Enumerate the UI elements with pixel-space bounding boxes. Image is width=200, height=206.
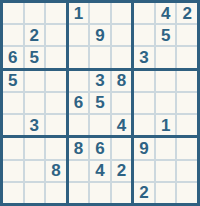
cell-r4c8[interactable] (156, 71, 176, 91)
box-7: 8 (3, 138, 66, 203)
box-1: 265 (3, 3, 66, 68)
cell-r5c7[interactable] (134, 93, 154, 113)
cell-r5c4[interactable]: 6 (69, 93, 89, 113)
cell-r7c9[interactable] (177, 138, 197, 158)
cell-r8c4[interactable] (69, 161, 89, 181)
cell-r6c5[interactable] (90, 115, 110, 135)
box-4: 53 (3, 71, 66, 136)
cell-r1c1[interactable] (3, 3, 23, 23)
cell-r6c7[interactable] (134, 115, 154, 135)
sudoku-board: 265194253533865418864292 (0, 0, 200, 206)
cell-r2c6[interactable] (112, 25, 132, 45)
cell-r2c8[interactable]: 5 (156, 25, 176, 45)
cell-r4c2[interactable] (25, 71, 45, 91)
cell-r7c5[interactable]: 6 (90, 138, 110, 158)
cell-r7c2[interactable] (25, 138, 45, 158)
cell-r1c5[interactable] (90, 3, 110, 23)
box-6: 1 (134, 71, 197, 136)
cell-r8c2[interactable] (25, 161, 45, 181)
box-3: 4253 (134, 3, 197, 68)
cell-r5c6[interactable] (112, 93, 132, 113)
cell-r4c4[interactable] (69, 71, 89, 91)
cell-r8c1[interactable] (3, 161, 23, 181)
cell-r6c2[interactable]: 3 (25, 115, 45, 135)
cell-r6c6[interactable]: 4 (112, 115, 132, 135)
cell-r8c6[interactable]: 2 (112, 161, 132, 181)
cell-r2c2[interactable]: 2 (25, 25, 45, 45)
cell-r5c9[interactable] (177, 93, 197, 113)
box-9: 92 (134, 138, 197, 203)
cell-r7c1[interactable] (3, 138, 23, 158)
cell-r8c3[interactable]: 8 (46, 161, 66, 181)
cell-r6c8[interactable]: 1 (156, 115, 176, 135)
cell-r4c7[interactable] (134, 71, 154, 91)
cell-r1c7[interactable] (134, 3, 154, 23)
cell-r9c2[interactable] (25, 183, 45, 203)
cell-r8c8[interactable] (156, 161, 176, 181)
cell-r3c3[interactable] (46, 47, 66, 67)
cell-r1c3[interactable] (46, 3, 66, 23)
cell-r1c8[interactable]: 4 (156, 3, 176, 23)
cell-r4c3[interactable] (46, 71, 66, 91)
cell-r9c7[interactable]: 2 (134, 183, 154, 203)
cell-r2c4[interactable] (69, 25, 89, 45)
cell-r3c9[interactable] (177, 47, 197, 67)
cell-r2c7[interactable] (134, 25, 154, 45)
cell-r3c8[interactable] (156, 47, 176, 67)
cell-r3c7[interactable]: 3 (134, 47, 154, 67)
box-2: 19 (69, 3, 132, 68)
cell-r6c1[interactable] (3, 115, 23, 135)
cell-r2c1[interactable] (3, 25, 23, 45)
cell-r5c2[interactable] (25, 93, 45, 113)
cell-r7c7[interactable]: 9 (134, 138, 154, 158)
cell-r4c9[interactable] (177, 71, 197, 91)
cell-r9c4[interactable] (69, 183, 89, 203)
cell-r6c4[interactable] (69, 115, 89, 135)
cell-r6c3[interactable] (46, 115, 66, 135)
cell-r8c7[interactable] (134, 161, 154, 181)
cell-r9c8[interactable] (156, 183, 176, 203)
box-8: 8642 (69, 138, 132, 203)
cell-r3c5[interactable] (90, 47, 110, 67)
cell-r9c1[interactable] (3, 183, 23, 203)
cell-r2c3[interactable] (46, 25, 66, 45)
cell-r5c5[interactable]: 5 (90, 93, 110, 113)
cell-r5c8[interactable] (156, 93, 176, 113)
cell-r6c9[interactable] (177, 115, 197, 135)
cell-r1c2[interactable] (25, 3, 45, 23)
cell-r9c3[interactable] (46, 183, 66, 203)
cell-r3c1[interactable]: 6 (3, 47, 23, 67)
cell-r1c4[interactable]: 1 (69, 3, 89, 23)
cell-r9c5[interactable] (90, 183, 110, 203)
cell-r3c4[interactable] (69, 47, 89, 67)
cell-r4c1[interactable]: 5 (3, 71, 23, 91)
cell-r1c6[interactable] (112, 3, 132, 23)
cell-r4c5[interactable]: 3 (90, 71, 110, 91)
cell-r7c8[interactable] (156, 138, 176, 158)
cell-r2c9[interactable] (177, 25, 197, 45)
cell-r7c4[interactable]: 8 (69, 138, 89, 158)
cell-r8c9[interactable] (177, 161, 197, 181)
cell-r3c6[interactable] (112, 47, 132, 67)
cell-r7c6[interactable] (112, 138, 132, 158)
cell-r1c9[interactable]: 2 (177, 3, 197, 23)
cell-r7c3[interactable] (46, 138, 66, 158)
cell-r3c2[interactable]: 5 (25, 47, 45, 67)
cell-r5c1[interactable] (3, 93, 23, 113)
cell-r2c5[interactable]: 9 (90, 25, 110, 45)
cell-r9c6[interactable] (112, 183, 132, 203)
cell-r5c3[interactable] (46, 93, 66, 113)
cell-r4c6[interactable]: 8 (112, 71, 132, 91)
cell-r9c9[interactable] (177, 183, 197, 203)
cell-r8c5[interactable]: 4 (90, 161, 110, 181)
box-5: 38654 (69, 71, 132, 136)
